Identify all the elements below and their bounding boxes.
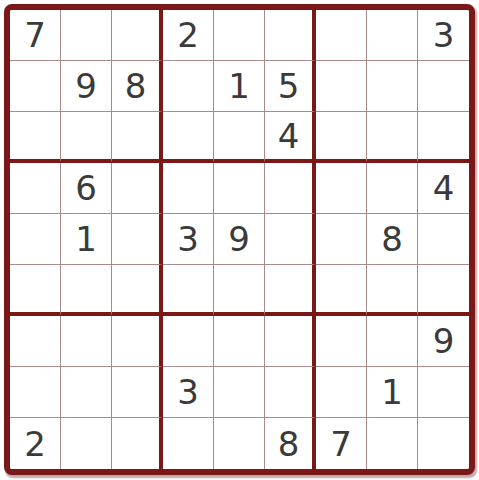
cell-r7c8[interactable]	[367, 316, 418, 367]
cell-r7c4[interactable]	[163, 316, 214, 367]
cell-r3c2[interactable]	[61, 112, 112, 163]
cell-r7c9[interactable]: 9	[418, 316, 469, 367]
cell-r9c4[interactable]	[163, 418, 214, 469]
cell-r7c2[interactable]	[61, 316, 112, 367]
cell-r5c5[interactable]: 9	[214, 214, 265, 265]
cell-r8c9[interactable]	[418, 367, 469, 418]
cell-r7c1[interactable]	[10, 316, 61, 367]
cell-r6c8[interactable]	[367, 265, 418, 316]
cell-r9c3[interactable]	[112, 418, 163, 469]
cell-r4c5[interactable]	[214, 163, 265, 214]
cell-r3c6[interactable]: 4	[265, 112, 316, 163]
cell-r5c2[interactable]: 1	[61, 214, 112, 265]
cell-r2c4[interactable]	[163, 61, 214, 112]
cell-r4c3[interactable]	[112, 163, 163, 214]
cell-r3c3[interactable]	[112, 112, 163, 163]
cell-r8c4[interactable]: 3	[163, 367, 214, 418]
cell-r2c9[interactable]	[418, 61, 469, 112]
cell-r5c7[interactable]	[316, 214, 367, 265]
cell-r6c7[interactable]	[316, 265, 367, 316]
cell-r3c4[interactable]	[163, 112, 214, 163]
cell-r1c5[interactable]	[214, 10, 265, 61]
cell-r5c6[interactable]	[265, 214, 316, 265]
cell-r6c1[interactable]	[10, 265, 61, 316]
cell-r8c8[interactable]: 1	[367, 367, 418, 418]
cell-r8c5[interactable]	[214, 367, 265, 418]
cell-r5c9[interactable]	[418, 214, 469, 265]
cell-r1c4[interactable]: 2	[163, 10, 214, 61]
cell-r4c2[interactable]: 6	[61, 163, 112, 214]
cell-r1c8[interactable]	[367, 10, 418, 61]
cell-r5c3[interactable]	[112, 214, 163, 265]
cell-r8c3[interactable]	[112, 367, 163, 418]
cell-r8c6[interactable]	[265, 367, 316, 418]
cell-r7c6[interactable]	[265, 316, 316, 367]
cell-r2c1[interactable]	[10, 61, 61, 112]
cell-r6c4[interactable]	[163, 265, 214, 316]
cell-r9c7[interactable]: 7	[316, 418, 367, 469]
cell-r3c8[interactable]	[367, 112, 418, 163]
cell-r4c6[interactable]	[265, 163, 316, 214]
page: 72398154641398931287	[0, 0, 479, 480]
cell-r9c6[interactable]: 8	[265, 418, 316, 469]
cell-r5c8[interactable]: 8	[367, 214, 418, 265]
cell-r9c5[interactable]	[214, 418, 265, 469]
cell-r6c9[interactable]	[418, 265, 469, 316]
cell-r3c7[interactable]	[316, 112, 367, 163]
cell-r2c2[interactable]: 9	[61, 61, 112, 112]
cell-r6c6[interactable]	[265, 265, 316, 316]
cell-r6c2[interactable]	[61, 265, 112, 316]
cell-r1c7[interactable]	[316, 10, 367, 61]
cell-r7c7[interactable]	[316, 316, 367, 367]
cell-r5c1[interactable]	[10, 214, 61, 265]
cell-r8c2[interactable]	[61, 367, 112, 418]
cell-r9c2[interactable]	[61, 418, 112, 469]
cell-r2c7[interactable]	[316, 61, 367, 112]
cell-r9c8[interactable]	[367, 418, 418, 469]
sudoku-board: 72398154641398931287	[4, 4, 475, 475]
cell-r1c3[interactable]	[112, 10, 163, 61]
cell-r2c5[interactable]: 1	[214, 61, 265, 112]
cell-r2c3[interactable]: 8	[112, 61, 163, 112]
cell-r9c1[interactable]: 2	[10, 418, 61, 469]
cell-r4c4[interactable]	[163, 163, 214, 214]
cell-r6c3[interactable]	[112, 265, 163, 316]
cell-r1c6[interactable]	[265, 10, 316, 61]
cell-r4c1[interactable]	[10, 163, 61, 214]
cell-r8c1[interactable]	[10, 367, 61, 418]
cell-r5c4[interactable]: 3	[163, 214, 214, 265]
cell-r6c5[interactable]	[214, 265, 265, 316]
cell-r1c1[interactable]: 7	[10, 10, 61, 61]
cell-r2c6[interactable]: 5	[265, 61, 316, 112]
cell-r7c3[interactable]	[112, 316, 163, 367]
cell-r3c5[interactable]	[214, 112, 265, 163]
cell-r3c9[interactable]	[418, 112, 469, 163]
cell-r2c8[interactable]	[367, 61, 418, 112]
cell-r9c9[interactable]	[418, 418, 469, 469]
cell-r8c7[interactable]	[316, 367, 367, 418]
cell-r4c7[interactable]	[316, 163, 367, 214]
cell-r7c5[interactable]	[214, 316, 265, 367]
cell-r1c9[interactable]: 3	[418, 10, 469, 61]
cell-r3c1[interactable]	[10, 112, 61, 163]
cell-r4c9[interactable]: 4	[418, 163, 469, 214]
cell-r4c8[interactable]	[367, 163, 418, 214]
cell-r1c2[interactable]	[61, 10, 112, 61]
